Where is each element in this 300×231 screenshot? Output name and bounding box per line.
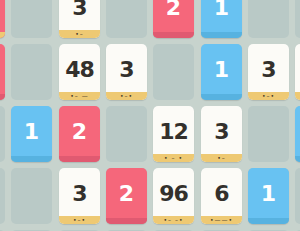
tile-feet-marks: •– —: [59, 92, 100, 100]
tile-number: 3: [201, 108, 242, 154]
tile-number: 1: [201, 46, 242, 92]
tile-white-96[interactable]: 96•– –•: [153, 168, 194, 224]
tile-red-2[interactable]: 2: [106, 168, 147, 224]
tile-number: 1: [201, 0, 242, 30]
tile-white-6[interactable]: 6•——•: [201, 168, 242, 224]
threes-board[interactable]: 3•–2148•– —3•–•13•–•1212• – •3•–13•–•296…: [0, 0, 300, 231]
tile-bottom-lip: •——•: [201, 216, 242, 224]
tile-white-3[interactable]: 3•–•: [59, 168, 100, 224]
tile-white-3[interactable]: 3•–: [59, 0, 100, 38]
cell-r5c1: [0, 230, 5, 231]
tile-blue-1[interactable]: 1: [201, 0, 242, 38]
tile-bottom-lip: [201, 32, 242, 38]
tile-blue-1[interactable]: 1: [248, 168, 289, 224]
cell-r5c2: [11, 230, 52, 231]
tile-bottom-lip: [0, 94, 5, 100]
tile-feet-marks: • – •: [153, 154, 194, 162]
cell-r4c2: [11, 168, 52, 224]
tile-number: 3: [248, 46, 289, 92]
tile-white-12[interactable]: 12• – •: [153, 106, 194, 162]
tile-number: 1: [11, 108, 52, 154]
tile-bottom-lip: •– –•: [153, 216, 194, 224]
tile-white-3[interactable]: 3•–: [201, 106, 242, 162]
tile-bottom-lip: [0, 32, 5, 38]
cell-r4c8: [295, 168, 300, 224]
cell-r1c7: [248, 0, 289, 38]
tile-bottom-lip: [59, 156, 100, 162]
tile-red-2[interactable]: 2: [59, 106, 100, 162]
cell-r5c6: [201, 230, 242, 231]
tile-number: [0, 0, 5, 30]
cell-r3c1: [0, 106, 5, 162]
tile-bottom-lip: [248, 218, 289, 224]
tile-feet-marks: •–•: [248, 92, 289, 100]
cell-r5c8: [295, 230, 300, 231]
tile-number: 3: [59, 0, 100, 30]
tile-feet-marks: •–•: [59, 216, 100, 224]
cell-r3c7: [248, 106, 289, 162]
tile-number: [295, 46, 300, 92]
tile-feet-marks: •–•: [106, 92, 147, 100]
tile-number: 12: [153, 108, 194, 154]
tile-bottom-lip: [201, 94, 242, 100]
cell-r2c2: [11, 44, 52, 100]
tile-bottom-lip: •–•: [248, 92, 289, 100]
tile-red-partial[interactable]: [0, 44, 5, 100]
tile-feet-marks: •——•: [201, 216, 242, 224]
cell-r1c8: [295, 0, 300, 38]
tile-bottom-lip: [11, 156, 52, 162]
tile-feet-marks: •–: [59, 30, 100, 38]
tile-white-48[interactable]: 48•– —: [59, 44, 100, 100]
cell-r5c7: [248, 230, 289, 231]
cell-r1c2: [11, 0, 52, 38]
cell-r3c4: [106, 106, 147, 162]
tile-white-3[interactable]: 3•–•: [248, 44, 289, 100]
tile-bottom-lip: [153, 32, 194, 38]
tile-red-2[interactable]: 2: [153, 0, 194, 38]
cell-r4c1: [0, 168, 5, 224]
tile-feet-marks: •–: [201, 154, 242, 162]
tile-number: 1: [295, 108, 300, 154]
tile-number: [0, 46, 5, 92]
tile-bottom-lip: •– —: [59, 92, 100, 100]
tile-blue-1[interactable]: 1: [201, 44, 242, 100]
tile-number: 2: [59, 108, 100, 154]
tile-feet-marks: •– –•: [153, 216, 194, 224]
tile-number: 2: [153, 0, 194, 30]
tile-bottom-lip: •–•: [106, 92, 147, 100]
tile-number: 1: [248, 170, 289, 216]
tile-bottom-lip: [295, 92, 300, 100]
tile-number: 96: [153, 170, 194, 216]
tile-bottom-lip: •–: [59, 30, 100, 38]
cell-r5c5: [153, 230, 194, 231]
cell-r5c3: [59, 230, 100, 231]
tile-bottom-lip: • – •: [153, 154, 194, 162]
cell-r1c4: [106, 0, 147, 38]
tile-blue-1[interactable]: 1: [295, 106, 300, 162]
tile-red-partial[interactable]: [0, 0, 5, 38]
cell-r2c5: [153, 44, 194, 100]
tile-number: 48: [59, 46, 100, 92]
tile-bottom-lip: •–: [201, 154, 242, 162]
tile-number: 3: [59, 170, 100, 216]
tile-bottom-lip: [295, 156, 300, 162]
tile-number: 2: [106, 170, 147, 216]
tile-number: 6: [201, 170, 242, 216]
tile-white-partial[interactable]: [295, 44, 300, 100]
tile-bottom-lip: •–•: [59, 216, 100, 224]
tile-bottom-lip: [106, 218, 147, 224]
tile-number: 3: [106, 46, 147, 92]
cell-r5c4: [106, 230, 147, 231]
tile-blue-1[interactable]: 1: [11, 106, 52, 162]
tile-white-3[interactable]: 3•–•: [106, 44, 147, 100]
